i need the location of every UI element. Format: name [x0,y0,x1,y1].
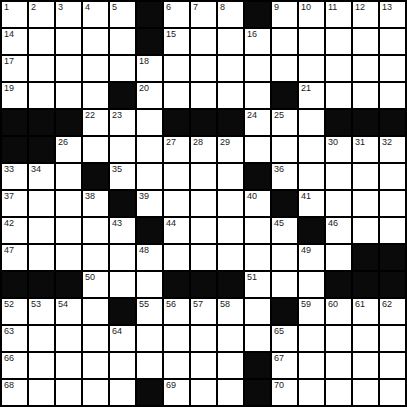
white-cell-r8c4[interactable]: 38 [83,191,108,216]
clue-number-61: 61 [355,299,365,310]
white-cell-r8c7[interactable] [164,191,189,216]
white-cell-r9c5[interactable]: 43 [110,218,135,243]
white-cell-r10c7[interactable] [164,245,189,270]
white-cell-r9c10[interactable] [245,218,270,243]
white-cell-r14c9[interactable] [218,353,243,378]
clue-number-28: 28 [193,137,203,148]
white-cell-r9c15[interactable] [380,218,405,243]
white-cell-r15c15[interactable] [380,380,405,405]
white-cell-r4c14[interactable] [353,83,378,108]
black-cell-r5c3 [56,110,81,135]
clue-number-35: 35 [112,164,122,175]
white-cell-r14c3[interactable] [56,353,81,378]
white-cell-r10c6[interactable]: 48 [137,245,162,270]
white-cell-r11c6[interactable] [137,272,162,297]
white-cell-r13c14[interactable] [353,326,378,351]
white-cell-r13c11[interactable]: 65 [272,326,297,351]
clue-number-58: 58 [220,299,230,310]
white-cell-r9c11[interactable]: 45 [272,218,297,243]
white-cell-r3c14[interactable] [353,56,378,81]
white-cell-r3c4[interactable] [83,56,108,81]
crossword-grid: 1234567891011121314151617181920212223242… [0,0,407,407]
white-cell-r14c5[interactable] [110,353,135,378]
white-cell-r8c3[interactable] [56,191,81,216]
white-cell-r10c12[interactable]: 49 [299,245,324,270]
clue-number-5: 5 [112,2,117,13]
black-cell-r7c4 [83,164,108,189]
clue-number-37: 37 [4,191,14,202]
clue-number-36: 36 [274,164,284,175]
white-cell-r13c12[interactable] [299,326,324,351]
white-cell-r12c3[interactable]: 54 [56,299,81,324]
white-cell-r9c13[interactable]: 46 [326,218,351,243]
clue-number-24: 24 [247,110,257,121]
clue-number-29: 29 [220,137,230,148]
clue-number-41: 41 [301,191,311,202]
white-cell-r4c13[interactable] [326,83,351,108]
white-cell-r13c15[interactable] [380,326,405,351]
white-cell-r12c7[interactable]: 56 [164,299,189,324]
clue-number-12: 12 [355,2,365,13]
white-cell-r6c11[interactable] [272,137,297,162]
white-cell-r1c1[interactable]: 1 [2,2,27,27]
black-cell-r11c3 [56,272,81,297]
white-cell-r2c15[interactable] [380,29,405,54]
black-cell-r5c15 [380,110,405,135]
white-cell-r9c9[interactable] [218,218,243,243]
white-cell-r10c2[interactable] [29,245,54,270]
white-cell-r3c6[interactable]: 18 [137,56,162,81]
white-cell-r14c12[interactable] [299,353,324,378]
clue-number-64: 64 [112,326,122,337]
white-cell-r13c9[interactable] [218,326,243,351]
black-cell-r8c11 [272,191,297,216]
white-cell-r5c5[interactable]: 23 [110,110,135,135]
white-cell-r8c6[interactable]: 39 [137,191,162,216]
clue-number-68: 68 [4,380,14,391]
white-cell-r7c13[interactable] [326,164,351,189]
clue-number-51: 51 [247,272,257,283]
white-cell-r15c12[interactable] [299,380,324,405]
black-cell-r5c8 [191,110,216,135]
clue-number-4: 4 [85,2,90,13]
white-cell-r3c12[interactable] [299,56,324,81]
clue-number-57: 57 [193,299,203,310]
white-cell-r14c8[interactable] [191,353,216,378]
white-cell-r11c12[interactable] [299,272,324,297]
white-cell-r14c15[interactable] [380,353,405,378]
black-cell-r7c10 [245,164,270,189]
clue-number-17: 17 [4,56,14,67]
white-cell-r2c9[interactable] [218,29,243,54]
white-cell-r4c8[interactable] [191,83,216,108]
clue-number-23: 23 [112,110,122,121]
clue-number-26: 26 [58,137,68,148]
white-cell-r11c4[interactable]: 50 [83,272,108,297]
black-cell-r6c2 [29,137,54,162]
clue-number-9: 9 [274,2,279,13]
white-cell-r7c3[interactable] [56,164,81,189]
white-cell-r2c10[interactable]: 16 [245,29,270,54]
white-cell-r1c12[interactable]: 10 [299,2,324,27]
white-cell-r5c10[interactable]: 24 [245,110,270,135]
white-cell-r13c3[interactable] [56,326,81,351]
clue-number-70: 70 [274,380,284,391]
white-cell-r7c8[interactable] [191,164,216,189]
black-cell-r4c11 [272,83,297,108]
white-cell-r4c7[interactable] [164,83,189,108]
clue-number-1: 1 [4,2,9,13]
clue-number-30: 30 [328,137,338,148]
clue-number-62: 62 [382,299,392,310]
clue-number-42: 42 [4,218,14,229]
white-cell-r4c2[interactable] [29,83,54,108]
clue-number-40: 40 [247,191,257,202]
clue-number-52: 52 [4,299,14,310]
black-cell-r5c7 [164,110,189,135]
white-cell-r14c2[interactable] [29,353,54,378]
white-cell-r8c12[interactable]: 41 [299,191,324,216]
white-cell-r6c4[interactable] [83,137,108,162]
clue-number-53: 53 [31,299,41,310]
white-cell-r14c14[interactable] [353,353,378,378]
white-cell-r1c2[interactable]: 2 [29,2,54,27]
black-cell-r8c5 [110,191,135,216]
white-cell-r2c14[interactable] [353,29,378,54]
black-cell-r1c10 [245,2,270,27]
white-cell-r14c13[interactable] [326,353,351,378]
white-cell-r10c11[interactable] [272,245,297,270]
white-cell-r13c13[interactable] [326,326,351,351]
clue-number-14: 14 [4,29,14,40]
clue-number-25: 25 [274,110,284,121]
clue-number-46: 46 [328,218,338,229]
white-cell-r9c4[interactable] [83,218,108,243]
white-cell-r8c9[interactable] [218,191,243,216]
white-cell-r4c15[interactable] [380,83,405,108]
black-cell-r9c6 [137,218,162,243]
clue-number-11: 11 [328,2,337,13]
black-cell-r14c10 [245,353,270,378]
white-cell-r15c1[interactable]: 68 [2,380,27,405]
black-cell-r11c9 [218,272,243,297]
white-cell-r6c13[interactable]: 30 [326,137,351,162]
white-cell-r9c3[interactable] [56,218,81,243]
white-cell-r2c11[interactable] [272,29,297,54]
clue-number-56: 56 [166,299,176,310]
clue-number-49: 49 [301,245,311,256]
clue-number-8: 8 [220,2,225,13]
white-cell-r9c8[interactable] [191,218,216,243]
white-cell-r8c8[interactable] [191,191,216,216]
white-cell-r7c1[interactable]: 33 [2,164,27,189]
clue-number-54: 54 [58,299,68,310]
white-cell-r2c1[interactable]: 14 [2,29,27,54]
white-cell-r5c4[interactable]: 22 [83,110,108,135]
white-cell-r4c3[interactable] [56,83,81,108]
white-cell-r10c1[interactable]: 47 [2,245,27,270]
white-cell-r10c13[interactable] [326,245,351,270]
clue-number-18: 18 [139,56,149,67]
white-cell-r12c6[interactable]: 55 [137,299,162,324]
white-cell-r1c11[interactable]: 9 [272,2,297,27]
white-cell-r9c14[interactable] [353,218,378,243]
white-cell-r7c12[interactable] [299,164,324,189]
clue-number-15: 15 [166,29,176,40]
white-cell-r15c4[interactable] [83,380,108,405]
white-cell-r7c6[interactable] [137,164,162,189]
white-cell-r9c1[interactable]: 42 [2,218,27,243]
clue-number-34: 34 [31,164,41,175]
white-cell-r3c9[interactable] [218,56,243,81]
white-cell-r3c3[interactable] [56,56,81,81]
white-cell-r13c8[interactable] [191,326,216,351]
white-cell-r15c13[interactable] [326,380,351,405]
white-cell-r11c11[interactable] [272,272,297,297]
clue-number-7: 7 [193,2,198,13]
clue-number-38: 38 [85,191,95,202]
white-cell-r2c12[interactable] [299,29,324,54]
white-cell-r13c4[interactable] [83,326,108,351]
white-cell-r2c8[interactable] [191,29,216,54]
white-cell-r1c13[interactable]: 11 [326,2,351,27]
clue-number-16: 16 [247,29,257,40]
black-cell-r4c5 [110,83,135,108]
black-cell-r10c15 [380,245,405,270]
clue-number-45: 45 [274,218,284,229]
black-cell-r15c6 [137,380,162,405]
clue-number-67: 67 [274,353,284,364]
clue-number-32: 32 [382,137,392,148]
white-cell-r13c5[interactable]: 64 [110,326,135,351]
clue-number-55: 55 [139,299,149,310]
white-cell-r3c10[interactable] [245,56,270,81]
white-cell-r7c5[interactable]: 35 [110,164,135,189]
white-cell-r12c13[interactable]: 60 [326,299,351,324]
white-cell-r14c7[interactable] [164,353,189,378]
white-cell-r8c1[interactable]: 37 [2,191,27,216]
white-cell-r3c11[interactable] [272,56,297,81]
black-cell-r5c13 [326,110,351,135]
black-cell-r5c1 [2,110,27,135]
black-cell-r11c15 [380,272,405,297]
black-cell-r5c14 [353,110,378,135]
white-cell-r3c15[interactable] [380,56,405,81]
black-cell-r2c6 [137,29,162,54]
black-cell-r1c6 [137,2,162,27]
white-cell-r10c5[interactable] [110,245,135,270]
black-cell-r11c1 [2,272,27,297]
white-cell-r7c11[interactable]: 36 [272,164,297,189]
white-cell-r13c10[interactable] [245,326,270,351]
black-cell-r11c13 [326,272,351,297]
white-cell-r15c11[interactable]: 70 [272,380,297,405]
white-cell-r15c2[interactable] [29,380,54,405]
white-cell-r8c14[interactable] [353,191,378,216]
clue-number-27: 27 [166,137,176,148]
clue-number-39: 39 [139,191,149,202]
white-cell-r5c11[interactable]: 25 [272,110,297,135]
clue-number-13: 13 [382,2,392,13]
white-cell-r6c8[interactable]: 28 [191,137,216,162]
clue-number-33: 33 [4,164,14,175]
white-cell-r1c3[interactable]: 3 [56,2,81,27]
white-cell-r5c6[interactable] [137,110,162,135]
black-cell-r5c9 [218,110,243,135]
white-cell-r12c2[interactable]: 53 [29,299,54,324]
white-cell-r2c13[interactable] [326,29,351,54]
white-cell-r4c1[interactable]: 19 [2,83,27,108]
white-cell-r1c9[interactable]: 8 [218,2,243,27]
white-cell-r15c8[interactable] [191,380,216,405]
clue-number-20: 20 [139,83,149,94]
black-cell-r15c10 [245,380,270,405]
white-cell-r12c9[interactable]: 58 [218,299,243,324]
white-cell-r4c10[interactable] [245,83,270,108]
white-cell-r2c4[interactable] [83,29,108,54]
white-cell-r6c12[interactable] [299,137,324,162]
white-cell-r4c12[interactable]: 21 [299,83,324,108]
white-cell-r12c10[interactable] [245,299,270,324]
white-cell-r6c14[interactable]: 31 [353,137,378,162]
white-cell-r12c12[interactable]: 59 [299,299,324,324]
white-cell-r2c3[interactable] [56,29,81,54]
white-cell-r7c15[interactable] [380,164,405,189]
black-cell-r12c5 [110,299,135,324]
white-cell-r1c8[interactable]: 7 [191,2,216,27]
white-cell-r12c15[interactable]: 62 [380,299,405,324]
black-cell-r6c1 [2,137,27,162]
clue-number-43: 43 [112,218,122,229]
black-cell-r12c11 [272,299,297,324]
white-cell-r12c14[interactable]: 61 [353,299,378,324]
clue-number-69: 69 [166,380,176,391]
white-cell-r14c11[interactable]: 67 [272,353,297,378]
clue-number-19: 19 [4,83,14,94]
white-cell-r2c2[interactable] [29,29,54,54]
white-cell-r1c14[interactable]: 12 [353,2,378,27]
white-cell-r2c7[interactable]: 15 [164,29,189,54]
white-cell-r3c5[interactable] [110,56,135,81]
clue-number-60: 60 [328,299,338,310]
white-cell-r8c15[interactable] [380,191,405,216]
black-cell-r11c2 [29,272,54,297]
white-cell-r11c10[interactable]: 51 [245,272,270,297]
white-cell-r12c4[interactable] [83,299,108,324]
white-cell-r10c3[interactable] [56,245,81,270]
clue-number-66: 66 [4,353,14,364]
white-cell-r9c7[interactable]: 44 [164,218,189,243]
white-cell-r4c9[interactable] [218,83,243,108]
white-cell-r10c10[interactable] [245,245,270,270]
white-cell-r13c6[interactable] [137,326,162,351]
clue-number-59: 59 [301,299,311,310]
clue-number-63: 63 [4,326,14,337]
clue-number-65: 65 [274,326,284,337]
white-cell-r5c12[interactable] [299,110,324,135]
clue-number-21: 21 [301,83,311,94]
clue-number-47: 47 [4,245,14,256]
white-cell-r3c1[interactable]: 17 [2,56,27,81]
clue-number-50: 50 [85,272,95,283]
clue-number-44: 44 [166,218,176,229]
white-cell-r10c4[interactable] [83,245,108,270]
white-cell-r7c2[interactable]: 34 [29,164,54,189]
white-cell-r12c1[interactable]: 52 [2,299,27,324]
white-cell-r14c1[interactable]: 66 [2,353,27,378]
clue-number-2: 2 [31,2,36,13]
white-cell-r6c7[interactable]: 27 [164,137,189,162]
white-cell-r8c10[interactable]: 40 [245,191,270,216]
clue-number-6: 6 [166,2,171,13]
white-cell-r15c3[interactable] [56,380,81,405]
white-cell-r12c8[interactable]: 57 [191,299,216,324]
white-cell-r6c3[interactable]: 26 [56,137,81,162]
clue-number-22: 22 [85,110,95,121]
white-cell-r4c6[interactable]: 20 [137,83,162,108]
black-cell-r11c8 [191,272,216,297]
white-cell-r6c9[interactable]: 29 [218,137,243,162]
white-cell-r9c2[interactable] [29,218,54,243]
black-cell-r9c12 [299,218,324,243]
white-cell-r7c7[interactable] [164,164,189,189]
white-cell-r15c9[interactable] [218,380,243,405]
white-cell-r13c7[interactable] [164,326,189,351]
clue-number-3: 3 [58,2,63,13]
white-cell-r3c13[interactable] [326,56,351,81]
black-cell-r11c7 [164,272,189,297]
black-cell-r11c14 [353,272,378,297]
clue-number-10: 10 [301,2,311,13]
white-cell-r6c15[interactable]: 32 [380,137,405,162]
clue-number-48: 48 [139,245,149,256]
black-cell-r10c14 [353,245,378,270]
black-cell-r5c2 [29,110,54,135]
white-cell-r8c2[interactable] [29,191,54,216]
clue-number-31: 31 [355,137,365,148]
white-cell-r13c2[interactable] [29,326,54,351]
white-cell-r3c8[interactable] [191,56,216,81]
white-cell-r13c1[interactable]: 63 [2,326,27,351]
white-cell-r10c9[interactable] [218,245,243,270]
white-cell-r1c7[interactable]: 6 [164,2,189,27]
white-cell-r1c5[interactable]: 5 [110,2,135,27]
white-cell-r14c6[interactable] [137,353,162,378]
white-cell-r11c5[interactable] [110,272,135,297]
white-cell-r10c8[interactable] [191,245,216,270]
white-cell-r3c2[interactable] [29,56,54,81]
white-cell-r15c7[interactable]: 69 [164,380,189,405]
white-cell-r6c6[interactable] [137,137,162,162]
white-cell-r15c14[interactable] [353,380,378,405]
white-cell-r7c14[interactable] [353,164,378,189]
white-cell-r15c5[interactable] [110,380,135,405]
white-cell-r6c10[interactable] [245,137,270,162]
white-cell-r7c9[interactable] [218,164,243,189]
white-cell-r14c4[interactable] [83,353,108,378]
white-cell-r1c15[interactable]: 13 [380,2,405,27]
white-cell-r6c5[interactable] [110,137,135,162]
white-cell-r8c13[interactable] [326,191,351,216]
white-cell-r1c4[interactable]: 4 [83,2,108,27]
white-cell-r2c5[interactable] [110,29,135,54]
white-cell-r3c7[interactable] [164,56,189,81]
white-cell-r4c4[interactable] [83,83,108,108]
